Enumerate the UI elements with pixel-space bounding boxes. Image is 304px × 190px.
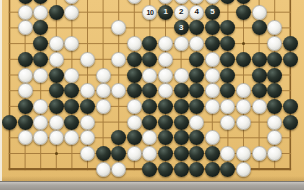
- stone-black[interactable]: [283, 52, 298, 67]
- stone-white[interactable]: [127, 146, 142, 161]
- stone-black[interactable]: [174, 99, 189, 114]
- stone-white[interactable]: 10: [142, 5, 157, 20]
- stone-black[interactable]: [267, 68, 282, 83]
- go-app-screen: 121012453: [0, 0, 304, 190]
- stone-white[interactable]: [49, 115, 64, 130]
- stone-black[interactable]: [33, 52, 48, 67]
- stone-black[interactable]: 1: [158, 5, 173, 20]
- stone-white[interactable]: [158, 52, 173, 67]
- stone-white[interactable]: [205, 99, 220, 114]
- stone-white[interactable]: [64, 68, 79, 83]
- stone-black[interactable]: [252, 20, 267, 35]
- stone-black[interactable]: [174, 162, 189, 177]
- stone-white[interactable]: [80, 146, 95, 161]
- stone-white[interactable]: [64, 5, 79, 20]
- stone-white[interactable]: [49, 36, 64, 51]
- stone-black[interactable]: [127, 68, 142, 83]
- move-number: 5: [210, 8, 214, 16]
- stone-white[interactable]: [96, 99, 111, 114]
- stone-white[interactable]: [252, 5, 267, 20]
- stone-white[interactable]: 2: [174, 5, 189, 20]
- stone-white[interactable]: [158, 36, 173, 51]
- move-number: 2: [179, 8, 183, 16]
- stone-black[interactable]: [174, 115, 189, 130]
- stone-black[interactable]: [236, 5, 251, 20]
- stone-black[interactable]: 5: [205, 5, 220, 20]
- stone-black[interactable]: [158, 162, 173, 177]
- stone-black[interactable]: [267, 52, 282, 67]
- stone-black[interactable]: [220, 162, 235, 177]
- stone-black[interactable]: [283, 36, 298, 51]
- stone-white[interactable]: [205, 68, 220, 83]
- stone-black[interactable]: [205, 36, 220, 51]
- stone-black[interactable]: [142, 115, 157, 130]
- stone-white[interactable]: [18, 68, 33, 83]
- stone-white[interactable]: [236, 99, 251, 114]
- stone-white[interactable]: [158, 68, 173, 83]
- stone-black[interactable]: [189, 99, 204, 114]
- stone-white[interactable]: [33, 68, 48, 83]
- stone-black[interactable]: 3: [174, 20, 189, 35]
- stone-white[interactable]: [33, 5, 48, 20]
- stone-black[interactable]: [127, 83, 142, 98]
- stone-white[interactable]: [33, 115, 48, 130]
- stone-black[interactable]: [189, 52, 204, 67]
- stone-black[interactable]: [189, 68, 204, 83]
- stone-white[interactable]: [205, 130, 220, 145]
- stone-white[interactable]: [252, 99, 267, 114]
- stone-white[interactable]: [49, 130, 64, 145]
- stone-black[interactable]: [205, 146, 220, 161]
- bottom-bar: [0, 181, 304, 190]
- stone-white[interactable]: [80, 115, 95, 130]
- stone-black[interactable]: [158, 146, 173, 161]
- stone-white[interactable]: [96, 162, 111, 177]
- stone-black[interactable]: [18, 99, 33, 114]
- stone-white[interactable]: [236, 146, 251, 161]
- stone-white[interactable]: [96, 83, 111, 98]
- move-number: 10: [147, 9, 154, 16]
- stone-black[interactable]: [252, 68, 267, 83]
- stone-white[interactable]: [236, 162, 251, 177]
- stone-white[interactable]: [236, 115, 251, 130]
- stone-black[interactable]: [64, 115, 79, 130]
- stone-black[interactable]: [283, 115, 298, 130]
- stone-black[interactable]: [142, 162, 157, 177]
- stone-white[interactable]: [33, 99, 48, 114]
- stone-white[interactable]: [252, 146, 267, 161]
- stone-white[interactable]: [267, 115, 282, 130]
- stone-black[interactable]: [220, 68, 235, 83]
- stone-white[interactable]: [205, 83, 220, 98]
- stone-white[interactable]: [111, 162, 126, 177]
- stone-white[interactable]: [127, 115, 142, 130]
- stone-black[interactable]: [158, 115, 173, 130]
- stone-white[interactable]: [49, 52, 64, 67]
- stone-black[interactable]: [174, 83, 189, 98]
- stone-black[interactable]: [205, 162, 220, 177]
- stone-black[interactable]: [2, 115, 17, 130]
- stone-black[interactable]: [174, 146, 189, 161]
- stone-white[interactable]: [220, 115, 235, 130]
- stone-black[interactable]: [174, 130, 189, 145]
- stone-white[interactable]: 4: [189, 5, 204, 20]
- stone-black[interactable]: [127, 130, 142, 145]
- stone-white[interactable]: [18, 5, 33, 20]
- stone-black[interactable]: [252, 52, 267, 67]
- stone-black[interactable]: [49, 68, 64, 83]
- move-number: 4: [195, 8, 199, 16]
- stone-white[interactable]: [142, 68, 157, 83]
- stone-white[interactable]: [18, 83, 33, 98]
- stone-black[interactable]: [49, 99, 64, 114]
- stone-black[interactable]: [236, 52, 251, 67]
- go-board[interactable]: 121012453: [0, 0, 304, 181]
- stone-white[interactable]: [96, 68, 111, 83]
- stone-black[interactable]: [158, 99, 173, 114]
- stone-black[interactable]: [18, 115, 33, 130]
- stone-black[interactable]: [127, 52, 142, 67]
- stone-black[interactable]: [49, 5, 64, 20]
- stone-white[interactable]: [189, 115, 204, 130]
- stone-white[interactable]: [174, 36, 189, 51]
- move-number: 1: [163, 8, 167, 16]
- stone-black[interactable]: [267, 99, 282, 114]
- stone-white[interactable]: [127, 36, 142, 51]
- stone-black[interactable]: [189, 162, 204, 177]
- stone-black[interactable]: [283, 99, 298, 114]
- stone-white[interactable]: [111, 52, 126, 67]
- stone-white[interactable]: [174, 68, 189, 83]
- stone-white[interactable]: [205, 52, 220, 67]
- stone-white[interactable]: [18, 20, 33, 35]
- screen-edge-highlight: [0, 0, 2, 181]
- stone-black[interactable]: [252, 83, 267, 98]
- stone-white[interactable]: [80, 52, 95, 67]
- stone-black[interactable]: [49, 83, 64, 98]
- stone-black[interactable]: [18, 52, 33, 67]
- move-number: 3: [179, 24, 183, 32]
- stone-white[interactable]: [127, 99, 142, 114]
- stone-white[interactable]: [18, 130, 33, 145]
- stone-black[interactable]: [80, 99, 95, 114]
- stone-black[interactable]: [96, 146, 111, 161]
